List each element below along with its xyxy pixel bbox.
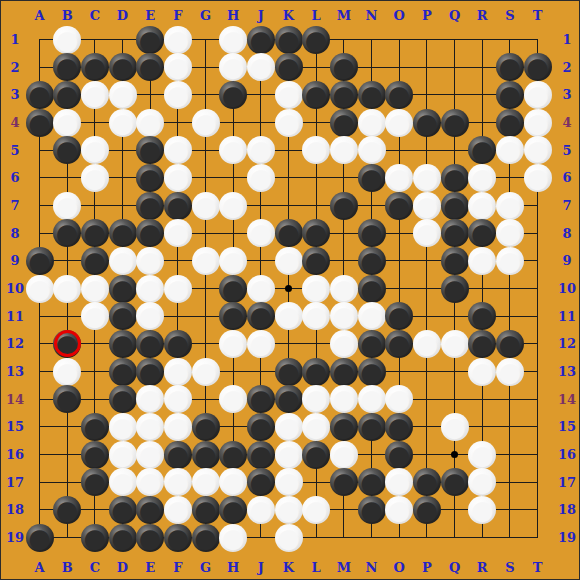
black-stone[interactable]: ● — [109, 53, 137, 81]
white-stone[interactable]: ● — [302, 496, 330, 524]
row-label-right: 5 — [556, 142, 578, 158]
white-stone[interactable]: ● — [524, 81, 552, 109]
col-label-top: C — [84, 7, 106, 23]
white-stone[interactable]: ● — [275, 413, 303, 441]
white-stone[interactable]: ● — [385, 164, 413, 192]
col-label-top: B — [56, 7, 78, 23]
black-stone[interactable]: ● — [219, 302, 247, 330]
black-stone[interactable]: ● — [441, 109, 469, 137]
black-stone[interactable]: ● — [136, 524, 164, 552]
black-stone[interactable]: ● — [358, 275, 386, 303]
black-stone[interactable]: ● — [358, 247, 386, 275]
black-stone[interactable]: ● — [358, 81, 386, 109]
black-stone[interactable]: ● — [247, 468, 275, 496]
white-stone[interactable]: ● — [219, 468, 247, 496]
row-label-right: 7 — [556, 198, 578, 214]
white-stone[interactable]: ● — [109, 441, 137, 469]
col-label-bottom: M — [333, 559, 355, 575]
white-stone[interactable]: ● — [413, 219, 441, 247]
black-stone[interactable]: ● — [192, 524, 220, 552]
black-stone[interactable]: ● — [247, 26, 275, 54]
black-stone[interactable]: ● — [413, 496, 441, 524]
white-stone[interactable]: ● — [81, 164, 109, 192]
go-board[interactable]: AABBCCDDEEFFGGHHJJKKLLMMNNOOPPQQRRSSTT11… — [0, 0, 580, 580]
row-label-left: 3 — [4, 87, 26, 103]
black-stone[interactable]: ● — [441, 275, 469, 303]
col-label-top: K — [278, 7, 300, 23]
row-label-left: 15 — [4, 419, 26, 435]
black-stone[interactable]: ● — [358, 468, 386, 496]
black-stone[interactable]: ● — [192, 496, 220, 524]
white-stone[interactable]: ● — [192, 468, 220, 496]
col-label-top: S — [499, 7, 521, 23]
black-stone[interactable]: ● — [302, 219, 330, 247]
row-label-left: 1 — [4, 32, 26, 48]
row-label-left: 13 — [4, 364, 26, 380]
black-stone[interactable]: ● — [247, 441, 275, 469]
black-stone[interactable]: ● — [164, 441, 192, 469]
white-stone[interactable]: ● — [219, 330, 247, 358]
row-label-right: 12 — [556, 336, 578, 352]
black-stone[interactable]: ● — [136, 164, 164, 192]
black-stone[interactable]: ● — [275, 26, 303, 54]
col-label-top: J — [250, 7, 272, 23]
black-stone[interactable]: ● — [302, 26, 330, 54]
black-stone[interactable]: ● — [164, 330, 192, 358]
white-stone[interactable]: ● — [496, 219, 524, 247]
white-stone[interactable]: ● — [358, 385, 386, 413]
black-stone[interactable]: ● — [53, 496, 81, 524]
col-label-top: A — [29, 7, 51, 23]
row-label-left: 5 — [4, 142, 26, 158]
col-label-bottom: C — [84, 559, 106, 575]
col-label-bottom: H — [222, 559, 244, 575]
black-stone[interactable]: ● — [385, 302, 413, 330]
col-label-top: Q — [444, 7, 466, 23]
white-stone[interactable]: ● — [247, 496, 275, 524]
white-stone[interactable]: ● — [219, 247, 247, 275]
white-stone[interactable]: ● — [109, 109, 137, 137]
col-label-bottom: E — [139, 559, 161, 575]
black-stone[interactable]: ● — [164, 192, 192, 220]
white-stone[interactable]: ● — [136, 247, 164, 275]
white-stone[interactable]: ● — [109, 413, 137, 441]
white-stone[interactable]: ● — [192, 358, 220, 386]
black-stone[interactable]: ● — [358, 358, 386, 386]
white-stone[interactable]: ● — [275, 524, 303, 552]
black-stone[interactable]: ● — [302, 247, 330, 275]
black-stone[interactable]: ● — [164, 524, 192, 552]
white-stone[interactable]: ● — [302, 275, 330, 303]
black-stone[interactable]: ● — [109, 496, 137, 524]
white-stone[interactable]: ● — [53, 192, 81, 220]
black-stone[interactable]: ● — [81, 219, 109, 247]
black-stone[interactable]: ● — [524, 53, 552, 81]
row-label-left: 12 — [4, 336, 26, 352]
black-stone[interactable]: ● — [441, 192, 469, 220]
col-label-bottom: L — [305, 559, 327, 575]
black-stone[interactable]: ● — [302, 358, 330, 386]
white-stone[interactable]: ● — [136, 302, 164, 330]
black-stone[interactable]: ● — [26, 109, 54, 137]
col-label-top: D — [112, 7, 134, 23]
black-stone[interactable]: ● — [468, 136, 496, 164]
white-stone[interactable]: ● — [136, 109, 164, 137]
white-stone[interactable]: ● — [302, 302, 330, 330]
black-stone[interactable]: ● — [136, 219, 164, 247]
white-stone[interactable]: ● — [468, 358, 496, 386]
col-label-bottom: B — [56, 559, 78, 575]
col-label-top: M — [333, 7, 355, 23]
black-stone[interactable]: ● — [109, 358, 137, 386]
white-stone[interactable]: ● — [275, 247, 303, 275]
black-stone[interactable]: ● — [385, 81, 413, 109]
white-stone[interactable]: ● — [81, 275, 109, 303]
col-label-top: T — [527, 7, 549, 23]
white-stone[interactable]: ● — [219, 26, 247, 54]
white-stone[interactable]: ● — [524, 109, 552, 137]
row-label-right: 10 — [556, 281, 578, 297]
white-stone[interactable]: ● — [53, 275, 81, 303]
white-stone[interactable]: ● — [247, 275, 275, 303]
white-stone[interactable]: ● — [53, 109, 81, 137]
black-stone[interactable]: ● — [413, 109, 441, 137]
white-stone[interactable]: ● — [385, 109, 413, 137]
black-stone[interactable]: ● — [496, 53, 524, 81]
white-stone[interactable]: ● — [247, 53, 275, 81]
black-stone[interactable]: ● — [468, 330, 496, 358]
white-stone[interactable]: ● — [136, 385, 164, 413]
white-stone[interactable]: ● — [496, 192, 524, 220]
white-stone[interactable]: ● — [192, 247, 220, 275]
col-label-top: R — [471, 7, 493, 23]
row-label-left: 9 — [4, 253, 26, 269]
col-label-top: L — [305, 7, 327, 23]
row-label-right: 4 — [556, 115, 578, 131]
row-label-right: 1 — [556, 32, 578, 48]
row-label-left: 14 — [4, 391, 26, 407]
black-stone[interactable]: ● — [385, 330, 413, 358]
col-label-bottom: N — [361, 559, 383, 575]
black-stone[interactable]: ● — [330, 192, 358, 220]
white-stone[interactable]: ● — [136, 441, 164, 469]
black-stone[interactable]: ● — [26, 524, 54, 552]
row-label-left: 16 — [4, 447, 26, 463]
white-stone[interactable]: ● — [109, 81, 137, 109]
black-stone[interactable]: ● — [496, 81, 524, 109]
white-stone[interactable]: ● — [164, 26, 192, 54]
col-label-bottom: G — [195, 559, 217, 575]
white-stone[interactable]: ● — [164, 164, 192, 192]
col-label-top: E — [139, 7, 161, 23]
black-stone[interactable]: ● — [302, 81, 330, 109]
black-stone[interactable]: ● — [136, 358, 164, 386]
col-label-top: O — [388, 7, 410, 23]
black-stone[interactable]: ● — [468, 219, 496, 247]
col-label-top: F — [167, 7, 189, 23]
black-stone[interactable]: ● — [136, 330, 164, 358]
black-stone[interactable]: ● — [53, 219, 81, 247]
row-label-left: 2 — [4, 59, 26, 75]
row-label-right: 2 — [556, 59, 578, 75]
row-label-right: 19 — [556, 530, 578, 546]
white-stone[interactable]: ● — [275, 302, 303, 330]
white-stone[interactable]: ● — [330, 330, 358, 358]
black-stone[interactable]: ● — [358, 219, 386, 247]
black-stone[interactable]: ● — [441, 468, 469, 496]
black-stone[interactable]: ● — [81, 441, 109, 469]
white-stone[interactable]: ● — [164, 413, 192, 441]
col-label-top: N — [361, 7, 383, 23]
white-stone[interactable]: ● — [524, 164, 552, 192]
black-stone[interactable]: ● — [53, 136, 81, 164]
black-stone[interactable]: ● — [81, 413, 109, 441]
row-label-right: 15 — [556, 419, 578, 435]
row-label-left: 7 — [4, 198, 26, 214]
black-stone[interactable]: ● — [81, 524, 109, 552]
black-stone[interactable]: ● — [275, 358, 303, 386]
white-stone[interactable]: ● — [136, 413, 164, 441]
black-stone[interactable]: ● — [26, 247, 54, 275]
black-stone[interactable]: ● — [192, 441, 220, 469]
white-stone[interactable]: ● — [468, 164, 496, 192]
black-stone[interactable]: ● — [219, 275, 247, 303]
black-stone[interactable]: ● — [358, 496, 386, 524]
row-label-left: 18 — [4, 502, 26, 518]
black-stone[interactable]: ● — [53, 81, 81, 109]
row-label-right: 13 — [556, 364, 578, 380]
row-label-right: 16 — [556, 447, 578, 463]
black-stone[interactable]: ● — [413, 468, 441, 496]
black-stone[interactable]: ● — [136, 26, 164, 54]
white-stone[interactable]: ● — [330, 302, 358, 330]
col-label-top: H — [222, 7, 244, 23]
white-stone[interactable]: ● — [468, 192, 496, 220]
black-stone[interactable]: ● — [219, 441, 247, 469]
black-stone[interactable]: ● — [109, 385, 137, 413]
col-label-bottom: O — [388, 559, 410, 575]
white-stone[interactable]: ● — [81, 136, 109, 164]
white-stone[interactable]: ● — [468, 441, 496, 469]
row-label-right: 14 — [556, 391, 578, 407]
black-stone[interactable]: ● — [358, 164, 386, 192]
white-stone[interactable]: ● — [496, 136, 524, 164]
white-stone[interactable]: ● — [358, 109, 386, 137]
black-stone[interactable]: ● — [109, 330, 137, 358]
white-stone[interactable]: ● — [81, 81, 109, 109]
row-label-left: 17 — [4, 474, 26, 490]
white-stone[interactable]: ● — [247, 330, 275, 358]
black-stone[interactable]: ● — [136, 53, 164, 81]
row-label-left: 8 — [4, 225, 26, 241]
last-move-marker — [54, 330, 81, 357]
black-stone[interactable]: ● — [136, 136, 164, 164]
col-label-top: G — [195, 7, 217, 23]
col-label-bottom: R — [471, 559, 493, 575]
white-stone[interactable]: ● — [164, 219, 192, 247]
white-stone[interactable]: ● — [496, 247, 524, 275]
col-label-bottom: S — [499, 559, 521, 575]
white-stone[interactable]: ● — [164, 358, 192, 386]
black-stone[interactable]: ● — [81, 247, 109, 275]
white-stone[interactable]: ● — [219, 385, 247, 413]
white-stone[interactable]: ● — [136, 468, 164, 496]
white-stone[interactable]: ● — [275, 81, 303, 109]
white-stone[interactable]: ● — [413, 330, 441, 358]
white-stone[interactable]: ● — [358, 302, 386, 330]
white-stone[interactable]: ● — [164, 81, 192, 109]
black-stone[interactable]: ● — [81, 53, 109, 81]
col-label-bottom: D — [112, 559, 134, 575]
black-stone[interactable]: ● — [330, 109, 358, 137]
col-label-top: P — [416, 7, 438, 23]
col-label-bottom: J — [250, 559, 272, 575]
white-stone[interactable]: ● — [109, 247, 137, 275]
black-stone[interactable]: ● — [358, 330, 386, 358]
white-stone[interactable]: ● — [275, 109, 303, 137]
col-label-bottom: A — [29, 559, 51, 575]
black-stone[interactable]: ● — [247, 302, 275, 330]
row-label-right: 11 — [556, 308, 578, 324]
row-label-right: 17 — [556, 474, 578, 490]
black-stone[interactable]: ● — [247, 385, 275, 413]
black-stone[interactable]: ● — [330, 358, 358, 386]
black-stone[interactable]: ● — [53, 385, 81, 413]
black-stone[interactable]: ● — [358, 413, 386, 441]
white-stone[interactable]: ● — [247, 219, 275, 247]
black-stone[interactable]: ● — [219, 81, 247, 109]
white-stone[interactable]: ● — [330, 275, 358, 303]
white-stone[interactable]: ● — [302, 136, 330, 164]
black-stone[interactable]: ● — [109, 302, 137, 330]
white-stone[interactable]: ● — [441, 330, 469, 358]
row-label-right: 8 — [556, 225, 578, 241]
white-stone[interactable]: ● — [109, 468, 137, 496]
black-stone[interactable]: ● — [441, 219, 469, 247]
white-stone[interactable]: ● — [468, 468, 496, 496]
white-stone[interactable]: ● — [413, 164, 441, 192]
white-stone[interactable]: ● — [302, 385, 330, 413]
white-stone[interactable]: ● — [330, 136, 358, 164]
black-stone[interactable]: ● — [109, 275, 137, 303]
white-stone[interactable]: ● — [136, 275, 164, 303]
black-stone[interactable]: ● — [136, 192, 164, 220]
row-label-left: 4 — [4, 115, 26, 131]
white-stone[interactable]: ● — [275, 468, 303, 496]
black-stone[interactable]: ● — [468, 302, 496, 330]
black-stone[interactable]: ● — [219, 496, 247, 524]
col-label-bottom: P — [416, 559, 438, 575]
star-point — [451, 451, 458, 458]
black-stone[interactable]: ● — [247, 413, 275, 441]
black-stone[interactable]: ● — [109, 524, 137, 552]
white-stone[interactable]: ● — [164, 496, 192, 524]
black-stone[interactable]: ● — [275, 219, 303, 247]
row-label-right: 3 — [556, 87, 578, 103]
col-label-bottom: T — [527, 559, 549, 575]
white-stone[interactable]: ● — [385, 468, 413, 496]
white-stone[interactable]: ● — [219, 53, 247, 81]
white-stone[interactable]: ● — [524, 136, 552, 164]
white-stone[interactable]: ● — [302, 413, 330, 441]
black-stone[interactable]: ● — [330, 81, 358, 109]
white-stone[interactable]: ● — [330, 385, 358, 413]
white-stone[interactable]: ● — [53, 358, 81, 386]
black-stone[interactable]: ● — [441, 247, 469, 275]
white-stone[interactable]: ● — [219, 136, 247, 164]
white-stone[interactable]: ● — [164, 385, 192, 413]
white-stone[interactable]: ● — [219, 192, 247, 220]
black-stone[interactable]: ● — [26, 81, 54, 109]
col-label-bottom: F — [167, 559, 189, 575]
row-label-right: 18 — [556, 502, 578, 518]
row-label-left: 11 — [4, 308, 26, 324]
col-label-bottom: K — [278, 559, 300, 575]
white-stone[interactable]: ● — [441, 413, 469, 441]
black-stone[interactable]: ● — [441, 164, 469, 192]
white-stone[interactable]: ● — [81, 302, 109, 330]
black-stone[interactable]: ● — [330, 468, 358, 496]
col-label-bottom: Q — [444, 559, 466, 575]
white-stone[interactable]: ● — [247, 136, 275, 164]
row-label-left: 10 — [4, 281, 26, 297]
black-stone[interactable]: ● — [109, 219, 137, 247]
white-stone[interactable]: ● — [219, 524, 247, 552]
white-stone[interactable]: ● — [496, 358, 524, 386]
row-label-left: 6 — [4, 170, 26, 186]
star-point — [285, 285, 292, 292]
black-stone[interactable]: ● — [192, 413, 220, 441]
black-stone[interactable]: ● — [330, 53, 358, 81]
row-label-right: 9 — [556, 253, 578, 269]
white-stone[interactable]: ● — [468, 496, 496, 524]
white-stone[interactable]: ● — [53, 26, 81, 54]
white-stone[interactable]: ● — [164, 275, 192, 303]
black-stone[interactable]: ● — [53, 53, 81, 81]
white-stone[interactable]: ● — [164, 468, 192, 496]
black-stone[interactable]: ● — [330, 413, 358, 441]
black-stone[interactable]: ● — [136, 496, 164, 524]
row-label-right: 6 — [556, 170, 578, 186]
black-stone[interactable]: ● — [496, 330, 524, 358]
white-stone[interactable]: ● — [192, 109, 220, 137]
white-stone[interactable]: ● — [164, 53, 192, 81]
white-stone[interactable]: ● — [413, 192, 441, 220]
black-stone[interactable]: ● — [385, 441, 413, 469]
black-stone[interactable]: ● — [81, 468, 109, 496]
white-stone[interactable]: ● — [275, 496, 303, 524]
black-stone[interactable]: ● — [496, 109, 524, 137]
white-stone[interactable]: ● — [385, 385, 413, 413]
white-stone[interactable]: ● — [192, 192, 220, 220]
white-stone[interactable]: ● — [468, 247, 496, 275]
white-stone[interactable]: ● — [164, 136, 192, 164]
black-stone[interactable]: ● — [385, 413, 413, 441]
black-stone[interactable]: ● — [275, 385, 303, 413]
black-stone[interactable]: ● — [385, 192, 413, 220]
white-stone[interactable]: ● — [385, 496, 413, 524]
white-stone[interactable]: ● — [26, 275, 54, 303]
white-stone[interactable]: ● — [275, 441, 303, 469]
white-stone[interactable]: ● — [358, 136, 386, 164]
black-stone[interactable]: ● — [302, 441, 330, 469]
row-label-left: 19 — [4, 530, 26, 546]
white-stone[interactable]: ● — [247, 164, 275, 192]
white-stone[interactable]: ● — [330, 441, 358, 469]
black-stone[interactable]: ● — [275, 53, 303, 81]
